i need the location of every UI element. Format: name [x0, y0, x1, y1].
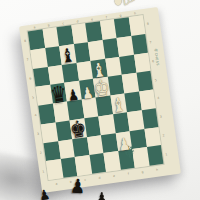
coordinate-label: e [106, 173, 121, 179]
coordinate-label: 3 [158, 107, 165, 126]
coordinate-label: g [135, 169, 150, 175]
square-h7 [131, 34, 148, 55]
chess-board: ♝♛♟♟♝♚♝♚♟ [28, 15, 164, 180]
captured-black-piece-partial: ♟ [96, 190, 108, 200]
coordinate-label: 8 [145, 14, 152, 33]
brand-text: CHESS [154, 52, 160, 66]
square-h5 [136, 71, 153, 92]
square-h4 [139, 90, 156, 111]
coordinate-label: 5 [152, 70, 159, 89]
photo-background: abcdefgh abcdefgh 87654321 87654321 ♔CHE… [0, 0, 200, 200]
coordinate-label: 1 [163, 144, 170, 163]
captured-black-pawn: ♟ [69, 176, 85, 196]
coordinate-label: 2 [160, 126, 167, 145]
square-h1 [147, 145, 164, 166]
coordinate-label: h [150, 167, 165, 173]
coordinate-label: f [121, 171, 136, 177]
square-h2 [144, 127, 161, 148]
coordinate-label: a [49, 181, 64, 187]
square-h6 [133, 52, 150, 73]
captured-black-piece-edge: ♟ [38, 187, 51, 200]
coordinate-label: d [92, 175, 107, 181]
captured-white-piece-base: ● [114, 0, 122, 7]
square-h8 [128, 15, 145, 36]
chess-mat: abcdefgh abcdefgh 87654321 87654321 ♔CHE… [19, 7, 181, 193]
square-h3 [141, 108, 158, 129]
coordinate-label: 4 [155, 89, 162, 108]
captured-white-piece-lying: ♙ [120, 0, 137, 8]
